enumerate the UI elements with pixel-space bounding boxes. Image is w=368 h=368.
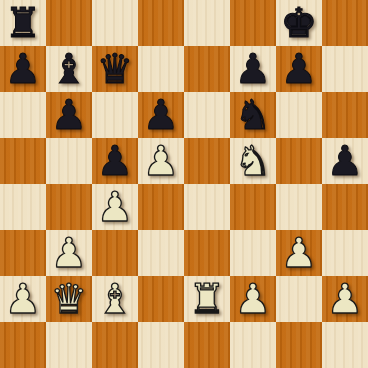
white-bishop-icon[interactable]: ♝ (92, 276, 138, 322)
white-pawn-icon[interactable]: ♟ (276, 230, 322, 276)
square-b1[interactable] (46, 322, 92, 368)
square-h2[interactable]: ♟ (322, 276, 368, 322)
square-a5[interactable] (0, 138, 46, 184)
square-g8[interactable]: ♚ (276, 0, 322, 46)
black-queen-icon[interactable]: ♛ (92, 46, 138, 92)
square-c2[interactable]: ♝ (92, 276, 138, 322)
square-g3[interactable]: ♟ (276, 230, 322, 276)
square-f4[interactable] (230, 184, 276, 230)
square-e6[interactable] (184, 92, 230, 138)
square-e5[interactable] (184, 138, 230, 184)
square-f2[interactable]: ♟ (230, 276, 276, 322)
square-c6[interactable] (92, 92, 138, 138)
square-c7[interactable]: ♛ (92, 46, 138, 92)
white-pawn-icon[interactable]: ♟ (46, 230, 92, 276)
square-b4[interactable] (46, 184, 92, 230)
chess-board: ♜♚♟♝♛♟♟♟♟♞♟♟♞♟♟♟♟♟♛♝♜♟♟ (0, 0, 368, 368)
square-b7[interactable]: ♝ (46, 46, 92, 92)
square-f3[interactable] (230, 230, 276, 276)
square-e2[interactable]: ♜ (184, 276, 230, 322)
square-c1[interactable] (92, 322, 138, 368)
square-c5[interactable]: ♟ (92, 138, 138, 184)
black-pawn-icon[interactable]: ♟ (92, 138, 138, 184)
square-c4[interactable]: ♟ (92, 184, 138, 230)
square-d3[interactable] (138, 230, 184, 276)
white-knight-icon[interactable]: ♞ (230, 138, 276, 184)
square-b3[interactable]: ♟ (46, 230, 92, 276)
square-a2[interactable]: ♟ (0, 276, 46, 322)
square-d5[interactable]: ♟ (138, 138, 184, 184)
square-c8[interactable] (92, 0, 138, 46)
black-pawn-icon[interactable]: ♟ (0, 46, 46, 92)
black-pawn-icon[interactable]: ♟ (322, 138, 368, 184)
square-d4[interactable] (138, 184, 184, 230)
square-h3[interactable] (322, 230, 368, 276)
white-pawn-icon[interactable]: ♟ (138, 138, 184, 184)
square-d2[interactable] (138, 276, 184, 322)
square-h1[interactable] (322, 322, 368, 368)
black-knight-icon[interactable]: ♞ (230, 92, 276, 138)
square-a6[interactable] (0, 92, 46, 138)
black-pawn-icon[interactable]: ♟ (230, 46, 276, 92)
black-rook-icon[interactable]: ♜ (0, 0, 46, 46)
square-b5[interactable] (46, 138, 92, 184)
square-d8[interactable] (138, 0, 184, 46)
square-e7[interactable] (184, 46, 230, 92)
black-pawn-icon[interactable]: ♟ (46, 92, 92, 138)
square-b8[interactable] (46, 0, 92, 46)
square-e1[interactable] (184, 322, 230, 368)
square-f1[interactable] (230, 322, 276, 368)
white-queen-icon[interactable]: ♛ (46, 276, 92, 322)
square-e4[interactable] (184, 184, 230, 230)
black-pawn-icon[interactable]: ♟ (138, 92, 184, 138)
square-g6[interactable] (276, 92, 322, 138)
square-a4[interactable] (0, 184, 46, 230)
square-a1[interactable] (0, 322, 46, 368)
square-g1[interactable] (276, 322, 322, 368)
square-h8[interactable] (322, 0, 368, 46)
square-h7[interactable] (322, 46, 368, 92)
square-d6[interactable]: ♟ (138, 92, 184, 138)
square-h6[interactable] (322, 92, 368, 138)
white-pawn-icon[interactable]: ♟ (0, 276, 46, 322)
square-a3[interactable] (0, 230, 46, 276)
square-g5[interactable] (276, 138, 322, 184)
black-bishop-icon[interactable]: ♝ (46, 46, 92, 92)
square-d1[interactable] (138, 322, 184, 368)
square-f6[interactable]: ♞ (230, 92, 276, 138)
square-a7[interactable]: ♟ (0, 46, 46, 92)
black-king-icon[interactable]: ♚ (276, 0, 322, 46)
square-c3[interactable] (92, 230, 138, 276)
square-a8[interactable]: ♜ (0, 0, 46, 46)
square-f7[interactable]: ♟ (230, 46, 276, 92)
square-b6[interactable]: ♟ (46, 92, 92, 138)
square-d7[interactable] (138, 46, 184, 92)
square-g7[interactable]: ♟ (276, 46, 322, 92)
square-f8[interactable] (230, 0, 276, 46)
white-rook-icon[interactable]: ♜ (184, 276, 230, 322)
square-b2[interactable]: ♛ (46, 276, 92, 322)
square-h5[interactable]: ♟ (322, 138, 368, 184)
white-pawn-icon[interactable]: ♟ (92, 184, 138, 230)
square-g2[interactable] (276, 276, 322, 322)
white-pawn-icon[interactable]: ♟ (322, 276, 368, 322)
square-f5[interactable]: ♞ (230, 138, 276, 184)
square-e8[interactable] (184, 0, 230, 46)
white-pawn-icon[interactable]: ♟ (230, 276, 276, 322)
square-e3[interactable] (184, 230, 230, 276)
black-pawn-icon[interactable]: ♟ (276, 46, 322, 92)
square-h4[interactable] (322, 184, 368, 230)
square-g4[interactable] (276, 184, 322, 230)
